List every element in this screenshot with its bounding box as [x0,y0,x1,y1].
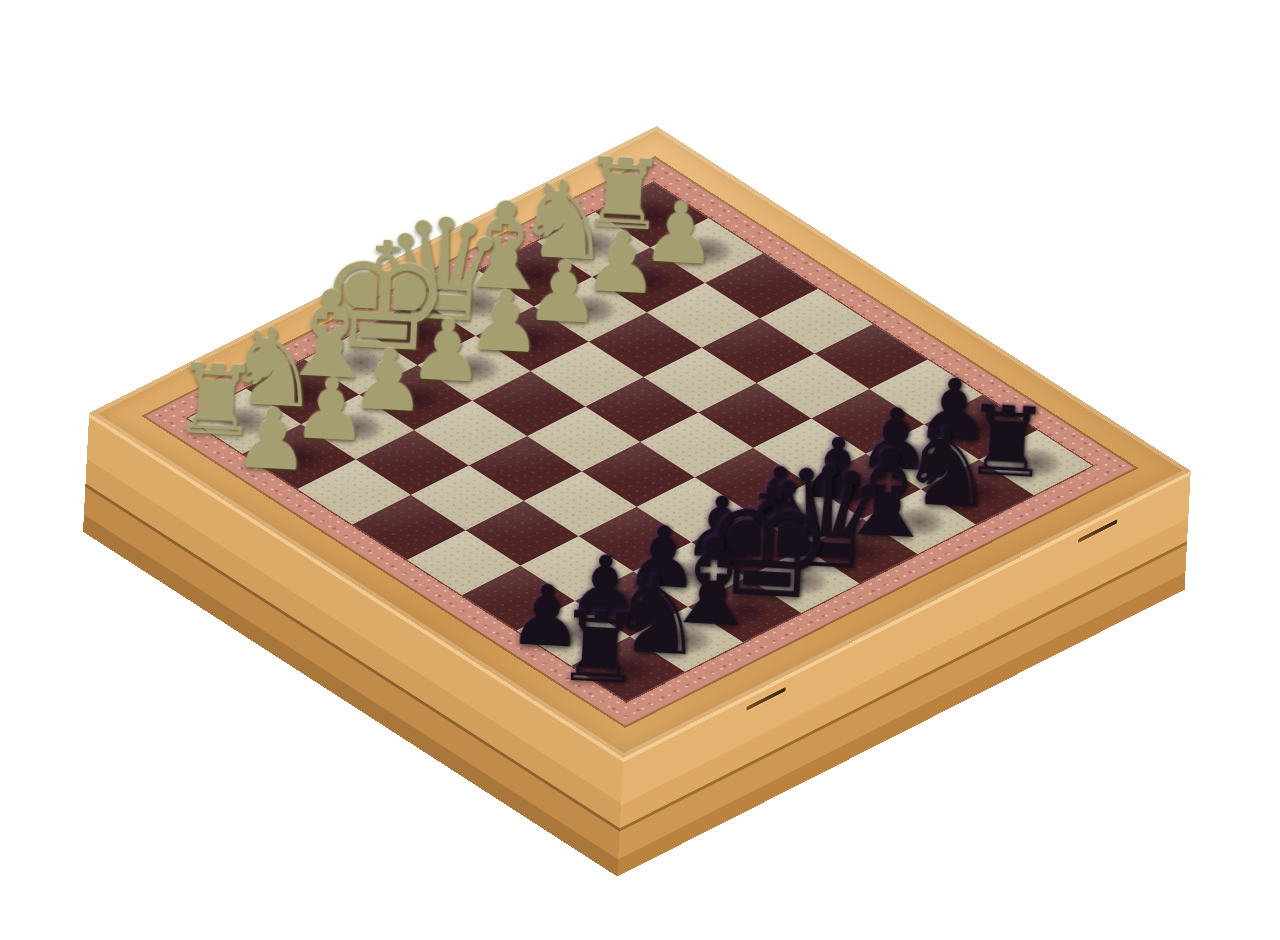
square-g3 [356,430,469,495]
square-h4 [352,495,465,560]
hinge-slot [1078,519,1117,543]
piece-white-pawn-h2: ♟ [232,398,311,482]
wooden-box-top: ♜♟♟♜♞♟♟♞♝♟♟♝♛♟♟♛♚♟♟♚♝♟♟♝♞♟♟♞♜♟♟♜ [89,126,1191,758]
photo-background: ♜♟♟♜♞♟♟♞♝♟♟♝♛♟♟♛♚♟♟♚♝♟♟♝♞♟♟♞♜♟♟♜ [0,0,1280,940]
hinge-slot [746,687,785,711]
piece-black-rook-h8: ♜ [554,601,645,697]
